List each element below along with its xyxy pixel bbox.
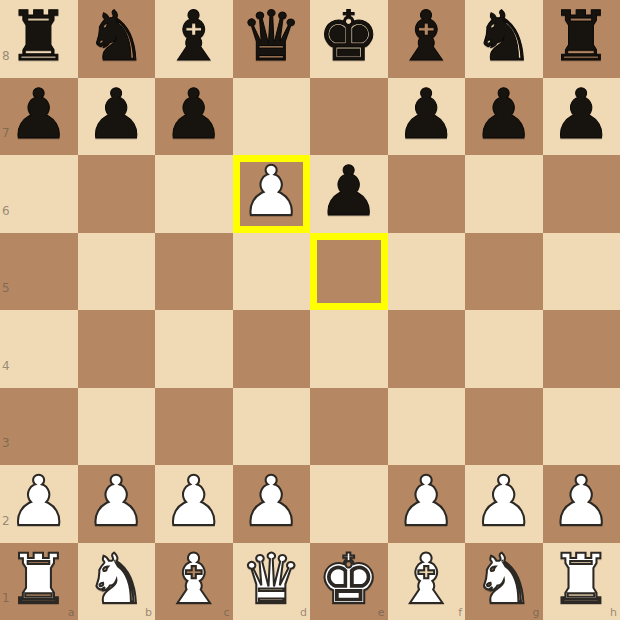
square-d2[interactable]: ♟	[233, 465, 311, 543]
square-d1[interactable]: ♛d	[233, 543, 311, 620]
square-d5[interactable]	[233, 233, 311, 311]
piece-black-pawn[interactable]: ♟	[473, 76, 535, 154]
square-f6[interactable]	[388, 155, 466, 233]
square-h3[interactable]	[543, 388, 620, 466]
square-f8[interactable]: ♝	[388, 0, 466, 78]
square-a8[interactable]: ♜8	[0, 0, 78, 78]
piece-white-pawn[interactable]: ♟	[240, 463, 302, 541]
piece-black-knight[interactable]: ♞	[473, 0, 535, 76]
square-b5[interactable]	[78, 233, 156, 311]
file-label-f: f	[458, 607, 462, 618]
piece-white-pawn[interactable]: ♟	[163, 463, 225, 541]
square-f7[interactable]: ♟	[388, 78, 466, 156]
piece-black-rook[interactable]: ♜	[8, 0, 70, 76]
piece-white-pawn[interactable]: ♟	[85, 463, 147, 541]
piece-white-bishop[interactable]: ♝	[395, 541, 457, 619]
piece-white-pawn[interactable]: ♟	[473, 463, 535, 541]
piece-black-pawn[interactable]: ♟	[8, 76, 70, 154]
square-c6[interactable]	[155, 155, 233, 233]
square-g1[interactable]: ♞g	[465, 543, 543, 620]
square-g7[interactable]: ♟	[465, 78, 543, 156]
piece-white-bishop[interactable]: ♝	[163, 541, 225, 619]
square-f3[interactable]	[388, 388, 466, 466]
piece-white-pawn[interactable]: ♟	[395, 463, 457, 541]
square-e7[interactable]	[310, 78, 388, 156]
square-f4[interactable]	[388, 310, 466, 388]
square-c4[interactable]	[155, 310, 233, 388]
square-h1[interactable]: ♜h	[543, 543, 620, 620]
rank-label-5: 5	[2, 282, 10, 294]
piece-black-pawn[interactable]: ♟	[395, 76, 457, 154]
square-g4[interactable]	[465, 310, 543, 388]
square-c1[interactable]: ♝c	[155, 543, 233, 620]
piece-white-knight[interactable]: ♞	[85, 541, 147, 619]
square-b8[interactable]: ♞	[78, 0, 156, 78]
square-b6[interactable]	[78, 155, 156, 233]
square-a7[interactable]: ♟7	[0, 78, 78, 156]
square-h5[interactable]	[543, 233, 620, 311]
square-h7[interactable]: ♟	[543, 78, 620, 156]
square-g8[interactable]: ♞	[465, 0, 543, 78]
square-b2[interactable]: ♟	[78, 465, 156, 543]
piece-white-rook[interactable]: ♜	[8, 541, 70, 619]
square-b1[interactable]: ♞b	[78, 543, 156, 620]
square-e6[interactable]: ♟	[310, 155, 388, 233]
square-a6[interactable]: 6	[0, 155, 78, 233]
square-d6[interactable]: ♟	[233, 155, 311, 233]
square-f5[interactable]	[388, 233, 466, 311]
square-d4[interactable]	[233, 310, 311, 388]
square-h6[interactable]	[543, 155, 620, 233]
square-g5[interactable]	[465, 233, 543, 311]
square-e1[interactable]: ♚e	[310, 543, 388, 620]
rank-label-4: 4	[2, 360, 10, 372]
square-d3[interactable]	[233, 388, 311, 466]
piece-black-bishop[interactable]: ♝	[163, 0, 225, 76]
square-g2[interactable]: ♟	[465, 465, 543, 543]
piece-black-rook[interactable]: ♜	[550, 0, 612, 76]
square-f2[interactable]: ♟	[388, 465, 466, 543]
piece-black-queen[interactable]: ♛	[240, 0, 302, 76]
square-c5[interactable]	[155, 233, 233, 311]
square-e4[interactable]	[310, 310, 388, 388]
piece-white-queen[interactable]: ♛	[240, 541, 302, 619]
piece-white-rook[interactable]: ♜	[550, 541, 612, 619]
rank-label-3: 3	[2, 437, 10, 449]
square-g3[interactable]	[465, 388, 543, 466]
piece-black-king[interactable]: ♚	[318, 0, 380, 76]
piece-white-pawn[interactable]: ♟	[550, 463, 612, 541]
square-d7[interactable]	[233, 78, 311, 156]
square-a3[interactable]: 3	[0, 388, 78, 466]
square-f1[interactable]: ♝f	[388, 543, 466, 620]
square-d8[interactable]: ♛	[233, 0, 311, 78]
piece-black-pawn[interactable]: ♟	[163, 76, 225, 154]
square-c2[interactable]: ♟	[155, 465, 233, 543]
square-e3[interactable]	[310, 388, 388, 466]
square-e2[interactable]	[310, 465, 388, 543]
square-e5[interactable]	[310, 233, 388, 311]
chess-board: ♜8♞♝♛♚♝♞♜♟7♟♟♟♟♟6♟♟543♟2♟♟♟♟♟♟♜1a♞b♝c♛d♚…	[0, 0, 620, 620]
piece-white-king[interactable]: ♚	[318, 541, 380, 619]
piece-black-bishop[interactable]: ♝	[395, 0, 457, 76]
piece-white-pawn[interactable]: ♟	[240, 153, 302, 231]
square-b7[interactable]: ♟	[78, 78, 156, 156]
piece-black-pawn[interactable]: ♟	[550, 76, 612, 154]
square-c3[interactable]	[155, 388, 233, 466]
piece-white-knight[interactable]: ♞	[473, 541, 535, 619]
square-h4[interactable]	[543, 310, 620, 388]
piece-black-pawn[interactable]: ♟	[318, 153, 380, 231]
square-a4[interactable]: 4	[0, 310, 78, 388]
square-a2[interactable]: ♟2	[0, 465, 78, 543]
piece-white-pawn[interactable]: ♟	[8, 463, 70, 541]
square-c7[interactable]: ♟	[155, 78, 233, 156]
piece-black-pawn[interactable]: ♟	[85, 76, 147, 154]
square-b3[interactable]	[78, 388, 156, 466]
square-c8[interactable]: ♝	[155, 0, 233, 78]
piece-black-knight[interactable]: ♞	[85, 0, 147, 76]
square-b4[interactable]	[78, 310, 156, 388]
square-e8[interactable]: ♚	[310, 0, 388, 78]
square-a5[interactable]: 5	[0, 233, 78, 311]
rank-label-6: 6	[2, 205, 10, 217]
square-g6[interactable]	[465, 155, 543, 233]
square-a1[interactable]: ♜1a	[0, 543, 78, 620]
square-h2[interactable]: ♟	[543, 465, 620, 543]
square-h8[interactable]: ♜	[543, 0, 620, 78]
